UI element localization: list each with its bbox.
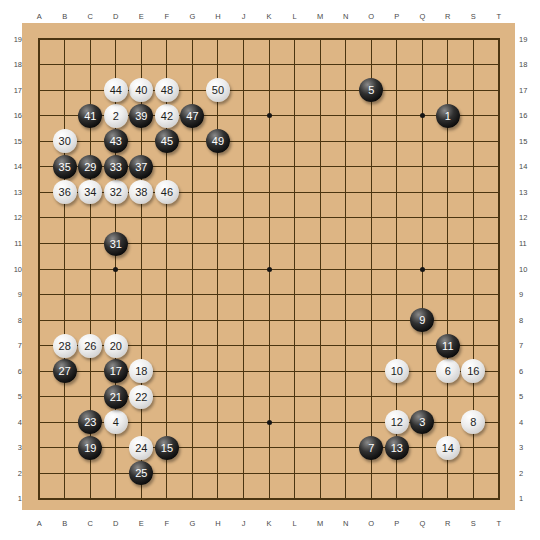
stone-move-number: 38 (135, 186, 147, 198)
stone-move-number: 28 (59, 340, 71, 352)
coord-label-bottom: D (106, 519, 126, 528)
coord-label-left: 17 (8, 86, 22, 95)
stone-move-number: 15 (161, 442, 173, 454)
stone-B33-D14[interactable]: 33 (104, 155, 128, 179)
stone-move-number: 14 (442, 442, 454, 454)
stone-move-number: 6 (445, 365, 451, 377)
stone-move-number: 21 (110, 391, 122, 403)
stone-B43-D15[interactable]: 43 (104, 129, 128, 153)
stone-B21-D5[interactable]: 21 (104, 385, 128, 409)
goban[interactable]: AABBCCDDEEFFGGHHJJKKLLMMNNOOPPQQRRSSTT19… (0, 0, 540, 540)
stone-move-number: 32 (110, 186, 122, 198)
coord-label-top: R (438, 12, 458, 21)
coord-label-right: 9 (519, 290, 533, 299)
stone-B39-E16[interactable]: 39 (129, 104, 153, 128)
coord-label-left: 1 (8, 494, 22, 503)
stone-move-number: 39 (135, 110, 147, 122)
stone-move-number: 11 (442, 340, 453, 352)
star-point (420, 267, 425, 272)
stone-B19-C3[interactable]: 19 (78, 436, 102, 460)
stone-move-number: 29 (84, 161, 96, 173)
stone-move-number: 7 (368, 442, 374, 454)
stone-move-number: 50 (212, 84, 224, 96)
stone-W10-P6[interactable]: 10 (385, 359, 409, 383)
coord-label-top: B (55, 12, 75, 21)
stone-move-number: 12 (391, 416, 403, 428)
coord-label-left: 5 (8, 392, 22, 401)
stone-move-number: 25 (135, 467, 147, 479)
coord-label-right: 1 (519, 494, 533, 503)
go-diagram-page: AABBCCDDEEFFGGHHJJKKLLMMNNOOPPQQRRSSTT19… (0, 0, 540, 540)
stone-move-number: 20 (110, 340, 122, 352)
coord-label-bottom: C (80, 519, 100, 528)
coord-label-left: 15 (8, 137, 22, 146)
coord-label-right: 16 (519, 111, 533, 120)
coord-label-bottom: G (182, 519, 202, 528)
coord-label-top: L (285, 12, 305, 21)
coord-label-top: T (489, 12, 509, 21)
coord-label-right: 17 (519, 86, 533, 95)
coord-label-top: S (463, 12, 483, 21)
stone-move-number: 17 (110, 365, 122, 377)
coord-label-bottom: P (387, 519, 407, 528)
stone-B1-R16[interactable]: 1 (436, 104, 460, 128)
coord-label-right: 7 (519, 341, 533, 350)
stone-move-number: 44 (110, 84, 122, 96)
stone-move-number: 18 (135, 365, 147, 377)
coord-label-left: 9 (8, 290, 22, 299)
coord-label-top: F (157, 12, 177, 21)
stone-B27-B6[interactable]: 27 (53, 359, 77, 383)
coord-label-top: O (361, 12, 381, 21)
coord-label-left: 19 (8, 35, 22, 44)
coord-label-bottom: A (29, 519, 49, 528)
stone-move-number: 36 (59, 186, 71, 198)
stone-W30-B15[interactable]: 30 (53, 129, 77, 153)
stone-move-number: 30 (59, 135, 71, 147)
stone-move-number: 49 (212, 135, 224, 147)
coord-label-left: 6 (8, 367, 22, 376)
stone-move-number: 33 (110, 161, 122, 173)
coord-label-top: E (131, 12, 151, 21)
coord-label-right: 2 (519, 469, 533, 478)
stone-move-number: 47 (186, 110, 198, 122)
stone-W12-P4[interactable]: 12 (385, 410, 409, 434)
coord-label-left: 4 (8, 418, 22, 427)
stone-B15-F3[interactable]: 15 (155, 436, 179, 460)
stone-B41-C16[interactable]: 41 (78, 104, 102, 128)
stone-W48-F17[interactable]: 48 (155, 78, 179, 102)
coord-label-bottom: B (55, 519, 75, 528)
stone-W44-D17[interactable]: 44 (104, 78, 128, 102)
star-point (113, 267, 118, 272)
stone-move-number: 2 (113, 110, 119, 122)
stone-move-number: 13 (391, 442, 403, 454)
coord-label-top: Q (412, 12, 432, 21)
stone-move-number: 40 (135, 84, 147, 96)
coord-label-top: D (106, 12, 126, 21)
coord-label-bottom: E (131, 519, 151, 528)
coord-label-bottom: Q (412, 519, 432, 528)
coord-label-left: 11 (8, 239, 22, 248)
stone-move-number: 46 (161, 186, 173, 198)
stone-move-number: 27 (59, 365, 71, 377)
stone-W42-F16[interactable]: 42 (155, 104, 179, 128)
stone-move-number: 23 (84, 416, 96, 428)
stone-W20-D7[interactable]: 20 (104, 334, 128, 358)
stone-W36-B13[interactable]: 36 (53, 180, 77, 204)
star-point (267, 420, 272, 425)
stone-B35-B14[interactable]: 35 (53, 155, 77, 179)
stone-move-number: 24 (135, 442, 147, 454)
coord-label-bottom: O (361, 519, 381, 528)
coord-label-right: 18 (519, 60, 533, 69)
coord-label-top: J (234, 12, 254, 21)
coord-label-top: P (387, 12, 407, 21)
coord-label-left: 2 (8, 469, 22, 478)
stone-B17-D6[interactable]: 17 (104, 359, 128, 383)
coord-label-left: 14 (8, 162, 22, 171)
coord-label-right: 4 (519, 418, 533, 427)
stone-move-number: 3 (419, 416, 425, 428)
stone-W22-E5[interactable]: 22 (129, 385, 153, 409)
coord-label-right: 8 (519, 316, 533, 325)
stone-move-number: 43 (110, 135, 122, 147)
stone-move-number: 4 (113, 416, 119, 428)
coord-label-left: 10 (8, 265, 22, 274)
stone-W6-R6[interactable]: 6 (436, 359, 460, 383)
coord-label-bottom: T (489, 519, 509, 528)
stone-move-number: 48 (161, 84, 173, 96)
coord-label-bottom: H (208, 519, 228, 528)
stone-W26-C7[interactable]: 26 (78, 334, 102, 358)
coord-label-right: 5 (519, 392, 533, 401)
coord-label-right: 12 (519, 213, 533, 222)
coord-label-left: 8 (8, 316, 22, 325)
coord-label-bottom: K (259, 519, 279, 528)
stone-move-number: 45 (161, 135, 173, 147)
stone-move-number: 41 (84, 110, 96, 122)
coord-label-top: H (208, 12, 228, 21)
stone-W4-D4[interactable]: 4 (104, 410, 128, 434)
stone-move-number: 31 (110, 238, 122, 250)
coord-label-left: 12 (8, 213, 22, 222)
stone-move-number: 34 (84, 186, 96, 198)
coord-label-top: K (259, 12, 279, 21)
stone-move-number: 22 (135, 391, 147, 403)
coord-label-bottom: J (234, 519, 254, 528)
star-point (267, 267, 272, 272)
stone-B7-O3[interactable]: 7 (359, 436, 383, 460)
coord-label-top: C (80, 12, 100, 21)
stone-move-number: 16 (467, 365, 479, 377)
coord-label-bottom: M (310, 519, 330, 528)
stone-move-number: 26 (84, 340, 96, 352)
coord-label-right: 14 (519, 162, 533, 171)
stone-move-number: 35 (59, 161, 71, 173)
stone-W28-B7[interactable]: 28 (53, 334, 77, 358)
stone-W2-D16[interactable]: 2 (104, 104, 128, 128)
stone-move-number: 10 (391, 365, 403, 377)
star-point (267, 113, 272, 118)
coord-label-left: 16 (8, 111, 22, 120)
stone-B13-P3[interactable]: 13 (385, 436, 409, 460)
coord-label-bottom: N (336, 519, 356, 528)
coord-label-right: 3 (519, 443, 533, 452)
stone-move-number: 9 (419, 314, 425, 326)
coord-label-top: M (310, 12, 330, 21)
coord-label-left: 18 (8, 60, 22, 69)
coord-label-left: 3 (8, 443, 22, 452)
stone-move-number: 8 (470, 416, 476, 428)
coord-label-bottom: R (438, 519, 458, 528)
coord-label-right: 10 (519, 265, 533, 274)
coord-label-bottom: F (157, 519, 177, 528)
coord-label-right: 6 (519, 367, 533, 376)
stone-move-number: 5 (368, 84, 374, 96)
coord-label-top: N (336, 12, 356, 21)
coord-label-right: 13 (519, 188, 533, 197)
stone-move-number: 1 (445, 110, 451, 122)
stone-move-number: 19 (84, 442, 96, 454)
stone-W14-R3[interactable]: 14 (436, 436, 460, 460)
coord-label-right: 15 (519, 137, 533, 146)
coord-label-bottom: S (463, 519, 483, 528)
coord-label-left: 7 (8, 341, 22, 350)
coord-label-left: 13 (8, 188, 22, 197)
coord-label-right: 19 (519, 35, 533, 44)
stone-B11-R7[interactable]: 11 (436, 334, 460, 358)
stone-move-number: 37 (135, 161, 147, 173)
stone-move-number: 42 (161, 110, 173, 122)
coord-label-top: A (29, 12, 49, 21)
coord-label-right: 11 (519, 239, 533, 248)
stone-B29-C14[interactable]: 29 (78, 155, 102, 179)
coord-label-top: G (182, 12, 202, 21)
coord-label-bottom: L (285, 519, 305, 528)
stone-B31-D11[interactable]: 31 (104, 232, 128, 256)
